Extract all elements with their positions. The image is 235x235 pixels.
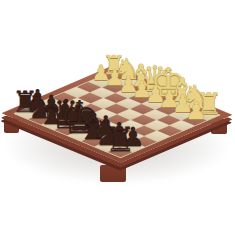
chess-set-photo: ♜♞♝♛♚♝♞♜♟♟♟♟♟♟♟♟♟♟♟♟♟♟♟♟♜♞♝♛♚♝♞♜ xyxy=(0,0,235,235)
board-foot-front xyxy=(100,165,126,182)
board-foot-left xyxy=(4,118,19,133)
